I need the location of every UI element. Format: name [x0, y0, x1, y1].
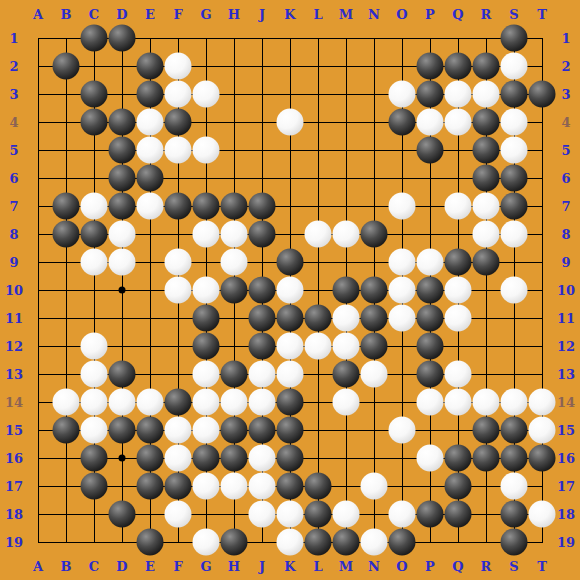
- stone-black-E6[interactable]: [137, 165, 164, 192]
- grid-line-vertical: [318, 38, 319, 543]
- stone-white-F18[interactable]: [165, 501, 192, 528]
- column-label-bottom-K: K: [284, 560, 295, 573]
- stone-black-P5[interactable]: [417, 137, 444, 164]
- stone-white-O3[interactable]: [389, 81, 416, 108]
- row-label-right-7: 7: [561, 200, 570, 213]
- stone-black-O4[interactable]: [389, 109, 416, 136]
- stone-white-G13[interactable]: [193, 361, 220, 388]
- column-label-bottom-A: A: [33, 560, 43, 573]
- row-label-left-5: 5: [9, 144, 18, 157]
- stone-black-T3[interactable]: [529, 81, 556, 108]
- column-label-top-Q: Q: [452, 8, 463, 21]
- stone-white-C13[interactable]: [81, 361, 108, 388]
- stone-black-J12[interactable]: [249, 333, 276, 360]
- stone-white-M8[interactable]: [333, 221, 360, 248]
- stone-black-F4[interactable]: [165, 109, 192, 136]
- stone-black-D4[interactable]: [109, 109, 136, 136]
- stone-white-F15[interactable]: [165, 417, 192, 444]
- column-label-bottom-L: L: [313, 560, 322, 573]
- stone-black-G11[interactable]: [193, 305, 220, 332]
- stone-black-D5[interactable]: [109, 137, 136, 164]
- stone-white-Q3[interactable]: [445, 81, 472, 108]
- stone-white-S5[interactable]: [501, 137, 528, 164]
- column-label-top-D: D: [116, 8, 127, 21]
- column-label-bottom-F: F: [173, 560, 182, 573]
- stone-black-R15[interactable]: [473, 417, 500, 444]
- stone-black-S18[interactable]: [501, 501, 528, 528]
- stone-black-R5[interactable]: [473, 137, 500, 164]
- row-label-left-10: 10: [5, 284, 23, 297]
- column-label-top-G: G: [200, 8, 211, 21]
- stone-black-D6[interactable]: [109, 165, 136, 192]
- stone-black-C17[interactable]: [81, 473, 108, 500]
- stone-black-L19[interactable]: [305, 529, 332, 556]
- stone-white-D9[interactable]: [109, 249, 136, 276]
- row-label-left-6: 6: [9, 172, 18, 185]
- stone-black-C8[interactable]: [81, 221, 108, 248]
- row-label-left-8: 8: [9, 228, 18, 241]
- stone-black-E17[interactable]: [137, 473, 164, 500]
- row-label-left-1: 1: [9, 32, 18, 45]
- stone-black-R9[interactable]: [473, 249, 500, 276]
- row-label-right-2: 2: [561, 60, 570, 73]
- row-label-right-16: 16: [557, 452, 575, 465]
- row-label-left-4: 4: [9, 116, 18, 129]
- stone-black-B8[interactable]: [53, 221, 80, 248]
- stone-white-T18[interactable]: [529, 501, 556, 528]
- stone-black-R6[interactable]: [473, 165, 500, 192]
- stone-black-D7[interactable]: [109, 193, 136, 220]
- stone-black-C4[interactable]: [81, 109, 108, 136]
- stone-white-K13[interactable]: [277, 361, 304, 388]
- stone-white-E4[interactable]: [137, 109, 164, 136]
- stone-black-R4[interactable]: [473, 109, 500, 136]
- stone-black-E3[interactable]: [137, 81, 164, 108]
- stone-black-S1[interactable]: [501, 25, 528, 52]
- column-label-bottom-J: J: [259, 560, 265, 573]
- stone-white-R7[interactable]: [473, 193, 500, 220]
- stone-white-H17[interactable]: [221, 473, 248, 500]
- stone-black-G12[interactable]: [193, 333, 220, 360]
- stone-white-F16[interactable]: [165, 445, 192, 472]
- stone-black-P12[interactable]: [417, 333, 444, 360]
- stone-black-N10[interactable]: [361, 277, 388, 304]
- stone-black-S19[interactable]: [501, 529, 528, 556]
- stone-white-F10[interactable]: [165, 277, 192, 304]
- column-label-top-B: B: [61, 8, 72, 21]
- stone-black-S6[interactable]: [501, 165, 528, 192]
- row-label-left-3: 3: [9, 88, 18, 101]
- stone-black-L11[interactable]: [305, 305, 332, 332]
- stone-white-K19[interactable]: [277, 529, 304, 556]
- row-label-right-17: 17: [557, 480, 575, 493]
- column-label-bottom-S: S: [509, 560, 518, 573]
- stone-white-Q14[interactable]: [445, 389, 472, 416]
- stone-white-S4[interactable]: [501, 109, 528, 136]
- stone-black-K14[interactable]: [277, 389, 304, 416]
- stone-white-P4[interactable]: [417, 109, 444, 136]
- stone-white-K4[interactable]: [277, 109, 304, 136]
- stone-white-N17[interactable]: [361, 473, 388, 500]
- stone-white-O10[interactable]: [389, 277, 416, 304]
- stone-white-J18[interactable]: [249, 501, 276, 528]
- row-label-right-8: 8: [561, 228, 570, 241]
- stone-black-C3[interactable]: [81, 81, 108, 108]
- stone-black-J7[interactable]: [249, 193, 276, 220]
- stone-white-K12[interactable]: [277, 333, 304, 360]
- stone-black-K9[interactable]: [277, 249, 304, 276]
- stone-black-J10[interactable]: [249, 277, 276, 304]
- stone-white-G17[interactable]: [193, 473, 220, 500]
- stone-white-E5[interactable]: [137, 137, 164, 164]
- row-label-right-19: 19: [557, 536, 575, 549]
- column-label-bottom-E: E: [145, 560, 155, 573]
- stone-white-H9[interactable]: [221, 249, 248, 276]
- stone-black-P13[interactable]: [417, 361, 444, 388]
- stone-black-T16[interactable]: [529, 445, 556, 472]
- column-label-top-K: K: [284, 8, 295, 21]
- stone-black-B7[interactable]: [53, 193, 80, 220]
- stone-black-M10[interactable]: [333, 277, 360, 304]
- stone-white-H14[interactable]: [221, 389, 248, 416]
- stone-white-F9[interactable]: [165, 249, 192, 276]
- column-label-top-R: R: [481, 8, 492, 21]
- stone-white-O11[interactable]: [389, 305, 416, 332]
- row-label-left-7: 7: [9, 200, 18, 213]
- column-label-top-C: C: [89, 8, 99, 21]
- stone-white-M12[interactable]: [333, 333, 360, 360]
- stone-black-E19[interactable]: [137, 529, 164, 556]
- stone-white-Q7[interactable]: [445, 193, 472, 220]
- stone-black-J11[interactable]: [249, 305, 276, 332]
- stone-black-K11[interactable]: [277, 305, 304, 332]
- stone-black-E16[interactable]: [137, 445, 164, 472]
- stone-white-L8[interactable]: [305, 221, 332, 248]
- stone-black-R16[interactable]: [473, 445, 500, 472]
- stone-black-G7[interactable]: [193, 193, 220, 220]
- row-label-left-19: 19: [5, 536, 23, 549]
- row-label-left-15: 15: [5, 424, 23, 437]
- stone-black-R2[interactable]: [473, 53, 500, 80]
- column-label-bottom-M: M: [339, 560, 353, 573]
- row-label-left-11: 11: [5, 312, 23, 325]
- column-label-top-O: O: [396, 8, 407, 21]
- stone-white-J16[interactable]: [249, 445, 276, 472]
- stone-white-S8[interactable]: [501, 221, 528, 248]
- stone-white-R14[interactable]: [473, 389, 500, 416]
- stone-black-M13[interactable]: [333, 361, 360, 388]
- stone-black-L17[interactable]: [305, 473, 332, 500]
- stone-black-G16[interactable]: [193, 445, 220, 472]
- stone-white-O7[interactable]: [389, 193, 416, 220]
- stone-white-J14[interactable]: [249, 389, 276, 416]
- stone-black-F14[interactable]: [165, 389, 192, 416]
- stone-white-M18[interactable]: [333, 501, 360, 528]
- star-point-D16: [119, 455, 126, 462]
- stone-black-K17[interactable]: [277, 473, 304, 500]
- stone-black-L18[interactable]: [305, 501, 332, 528]
- stone-white-M14[interactable]: [333, 389, 360, 416]
- stone-white-G10[interactable]: [193, 277, 220, 304]
- stone-black-H16[interactable]: [221, 445, 248, 472]
- stone-white-G3[interactable]: [193, 81, 220, 108]
- stone-black-H19[interactable]: [221, 529, 248, 556]
- stone-white-H8[interactable]: [221, 221, 248, 248]
- stone-black-O19[interactable]: [389, 529, 416, 556]
- stone-white-G19[interactable]: [193, 529, 220, 556]
- stone-black-J8[interactable]: [249, 221, 276, 248]
- stone-white-Q10[interactable]: [445, 277, 472, 304]
- row-label-left-9: 9: [9, 256, 18, 269]
- column-label-bottom-H: H: [228, 560, 240, 573]
- column-label-top-E: E: [145, 8, 155, 21]
- stone-black-H7[interactable]: [221, 193, 248, 220]
- stone-white-C15[interactable]: [81, 417, 108, 444]
- stone-white-S2[interactable]: [501, 53, 528, 80]
- stone-white-J17[interactable]: [249, 473, 276, 500]
- stone-black-C1[interactable]: [81, 25, 108, 52]
- row-label-left-17: 17: [5, 480, 23, 493]
- stone-black-B15[interactable]: [53, 417, 80, 444]
- column-label-bottom-O: O: [396, 560, 407, 573]
- stone-black-S15[interactable]: [501, 417, 528, 444]
- stone-black-H15[interactable]: [221, 417, 248, 444]
- stone-white-T14[interactable]: [529, 389, 556, 416]
- stone-white-S14[interactable]: [501, 389, 528, 416]
- stone-white-C12[interactable]: [81, 333, 108, 360]
- stone-white-T15[interactable]: [529, 417, 556, 444]
- stone-black-K16[interactable]: [277, 445, 304, 472]
- stone-white-G14[interactable]: [193, 389, 220, 416]
- column-label-top-T: T: [537, 8, 547, 21]
- stone-black-Q2[interactable]: [445, 53, 472, 80]
- stone-white-K10[interactable]: [277, 277, 304, 304]
- stone-white-Q13[interactable]: [445, 361, 472, 388]
- stone-black-E2[interactable]: [137, 53, 164, 80]
- stone-black-C16[interactable]: [81, 445, 108, 472]
- stone-white-D14[interactable]: [109, 389, 136, 416]
- stone-black-B2[interactable]: [53, 53, 80, 80]
- row-label-left-12: 12: [5, 340, 23, 353]
- stone-black-P2[interactable]: [417, 53, 444, 80]
- column-label-bottom-B: B: [61, 560, 72, 573]
- stone-black-P3[interactable]: [417, 81, 444, 108]
- stone-black-H10[interactable]: [221, 277, 248, 304]
- stone-white-G5[interactable]: [193, 137, 220, 164]
- stone-black-M19[interactable]: [333, 529, 360, 556]
- stone-black-D18[interactable]: [109, 501, 136, 528]
- star-point-D10: [119, 287, 126, 294]
- stone-white-R3[interactable]: [473, 81, 500, 108]
- stone-black-P18[interactable]: [417, 501, 444, 528]
- row-label-right-10: 10: [557, 284, 575, 297]
- stone-black-D15[interactable]: [109, 417, 136, 444]
- stone-black-F7[interactable]: [165, 193, 192, 220]
- stone-black-Q9[interactable]: [445, 249, 472, 276]
- stone-white-P9[interactable]: [417, 249, 444, 276]
- stone-white-E7[interactable]: [137, 193, 164, 220]
- stone-white-O15[interactable]: [389, 417, 416, 444]
- row-label-right-11: 11: [557, 312, 575, 325]
- stone-white-O18[interactable]: [389, 501, 416, 528]
- stone-white-G15[interactable]: [193, 417, 220, 444]
- stone-white-R8[interactable]: [473, 221, 500, 248]
- stone-black-N8[interactable]: [361, 221, 388, 248]
- column-label-top-F: F: [173, 8, 182, 21]
- column-label-top-L: L: [313, 8, 322, 21]
- stone-black-H13[interactable]: [221, 361, 248, 388]
- go-board: AABBCCDDEEFFGGHHJJKKLLMMNNOOPPQQRRSSTT11…: [0, 0, 580, 580]
- stone-black-S16[interactable]: [501, 445, 528, 472]
- stone-white-Q4[interactable]: [445, 109, 472, 136]
- stone-black-P10[interactable]: [417, 277, 444, 304]
- column-label-bottom-D: D: [116, 560, 127, 573]
- stone-black-E15[interactable]: [137, 417, 164, 444]
- row-label-right-13: 13: [557, 368, 575, 381]
- stone-white-N13[interactable]: [361, 361, 388, 388]
- stone-white-C7[interactable]: [81, 193, 108, 220]
- row-label-right-12: 12: [557, 340, 575, 353]
- row-label-right-6: 6: [561, 172, 570, 185]
- row-label-right-9: 9: [561, 256, 570, 269]
- stone-white-Q11[interactable]: [445, 305, 472, 332]
- column-label-bottom-R: R: [481, 560, 492, 573]
- stone-white-L12[interactable]: [305, 333, 332, 360]
- row-label-right-14: 14: [557, 396, 575, 409]
- row-label-right-15: 15: [557, 424, 575, 437]
- stone-white-N19[interactable]: [361, 529, 388, 556]
- stone-white-F3[interactable]: [165, 81, 192, 108]
- stone-white-C9[interactable]: [81, 249, 108, 276]
- stone-black-K15[interactable]: [277, 417, 304, 444]
- stone-white-E14[interactable]: [137, 389, 164, 416]
- column-label-bottom-G: G: [200, 560, 211, 573]
- stone-white-P14[interactable]: [417, 389, 444, 416]
- column-label-bottom-P: P: [425, 560, 435, 573]
- stone-black-P11[interactable]: [417, 305, 444, 332]
- column-label-bottom-C: C: [89, 560, 99, 573]
- stone-black-D13[interactable]: [109, 361, 136, 388]
- row-label-left-2: 2: [9, 60, 18, 73]
- stone-black-N12[interactable]: [361, 333, 388, 360]
- stone-white-F5[interactable]: [165, 137, 192, 164]
- stone-black-J15[interactable]: [249, 417, 276, 444]
- stone-white-J13[interactable]: [249, 361, 276, 388]
- stone-white-G8[interactable]: [193, 221, 220, 248]
- row-label-left-14: 14: [5, 396, 23, 409]
- stone-white-O9[interactable]: [389, 249, 416, 276]
- row-label-right-3: 3: [561, 88, 570, 101]
- stone-black-Q18[interactable]: [445, 501, 472, 528]
- stone-black-D1[interactable]: [109, 25, 136, 52]
- stone-white-F2[interactable]: [165, 53, 192, 80]
- column-label-bottom-Q: Q: [452, 560, 463, 573]
- column-label-top-S: S: [509, 8, 518, 21]
- stone-white-S10[interactable]: [501, 277, 528, 304]
- row-label-left-13: 13: [5, 368, 23, 381]
- column-label-top-M: M: [339, 8, 353, 21]
- column-label-top-P: P: [425, 8, 435, 21]
- stone-white-K18[interactable]: [277, 501, 304, 528]
- stone-black-F17[interactable]: [165, 473, 192, 500]
- stone-white-B14[interactable]: [53, 389, 80, 416]
- row-label-right-5: 5: [561, 144, 570, 157]
- row-label-right-1: 1: [561, 32, 570, 45]
- column-label-top-J: J: [259, 8, 265, 21]
- stone-black-S7[interactable]: [501, 193, 528, 220]
- stone-white-P16[interactable]: [417, 445, 444, 472]
- stone-black-Q16[interactable]: [445, 445, 472, 472]
- column-label-top-N: N: [368, 8, 380, 21]
- row-label-left-16: 16: [5, 452, 23, 465]
- stone-white-S17[interactable]: [501, 473, 528, 500]
- stone-black-S3[interactable]: [501, 81, 528, 108]
- stone-white-C14[interactable]: [81, 389, 108, 416]
- column-label-bottom-T: T: [537, 560, 547, 573]
- row-label-right-4: 4: [561, 116, 570, 129]
- stone-white-M11[interactable]: [333, 305, 360, 332]
- stone-white-D8[interactable]: [109, 221, 136, 248]
- stone-black-Q17[interactable]: [445, 473, 472, 500]
- row-label-right-18: 18: [557, 508, 575, 521]
- stone-black-N11[interactable]: [361, 305, 388, 332]
- column-label-bottom-N: N: [368, 560, 380, 573]
- row-label-left-18: 18: [5, 508, 23, 521]
- column-label-top-H: H: [228, 8, 240, 21]
- column-label-top-A: A: [33, 8, 43, 21]
